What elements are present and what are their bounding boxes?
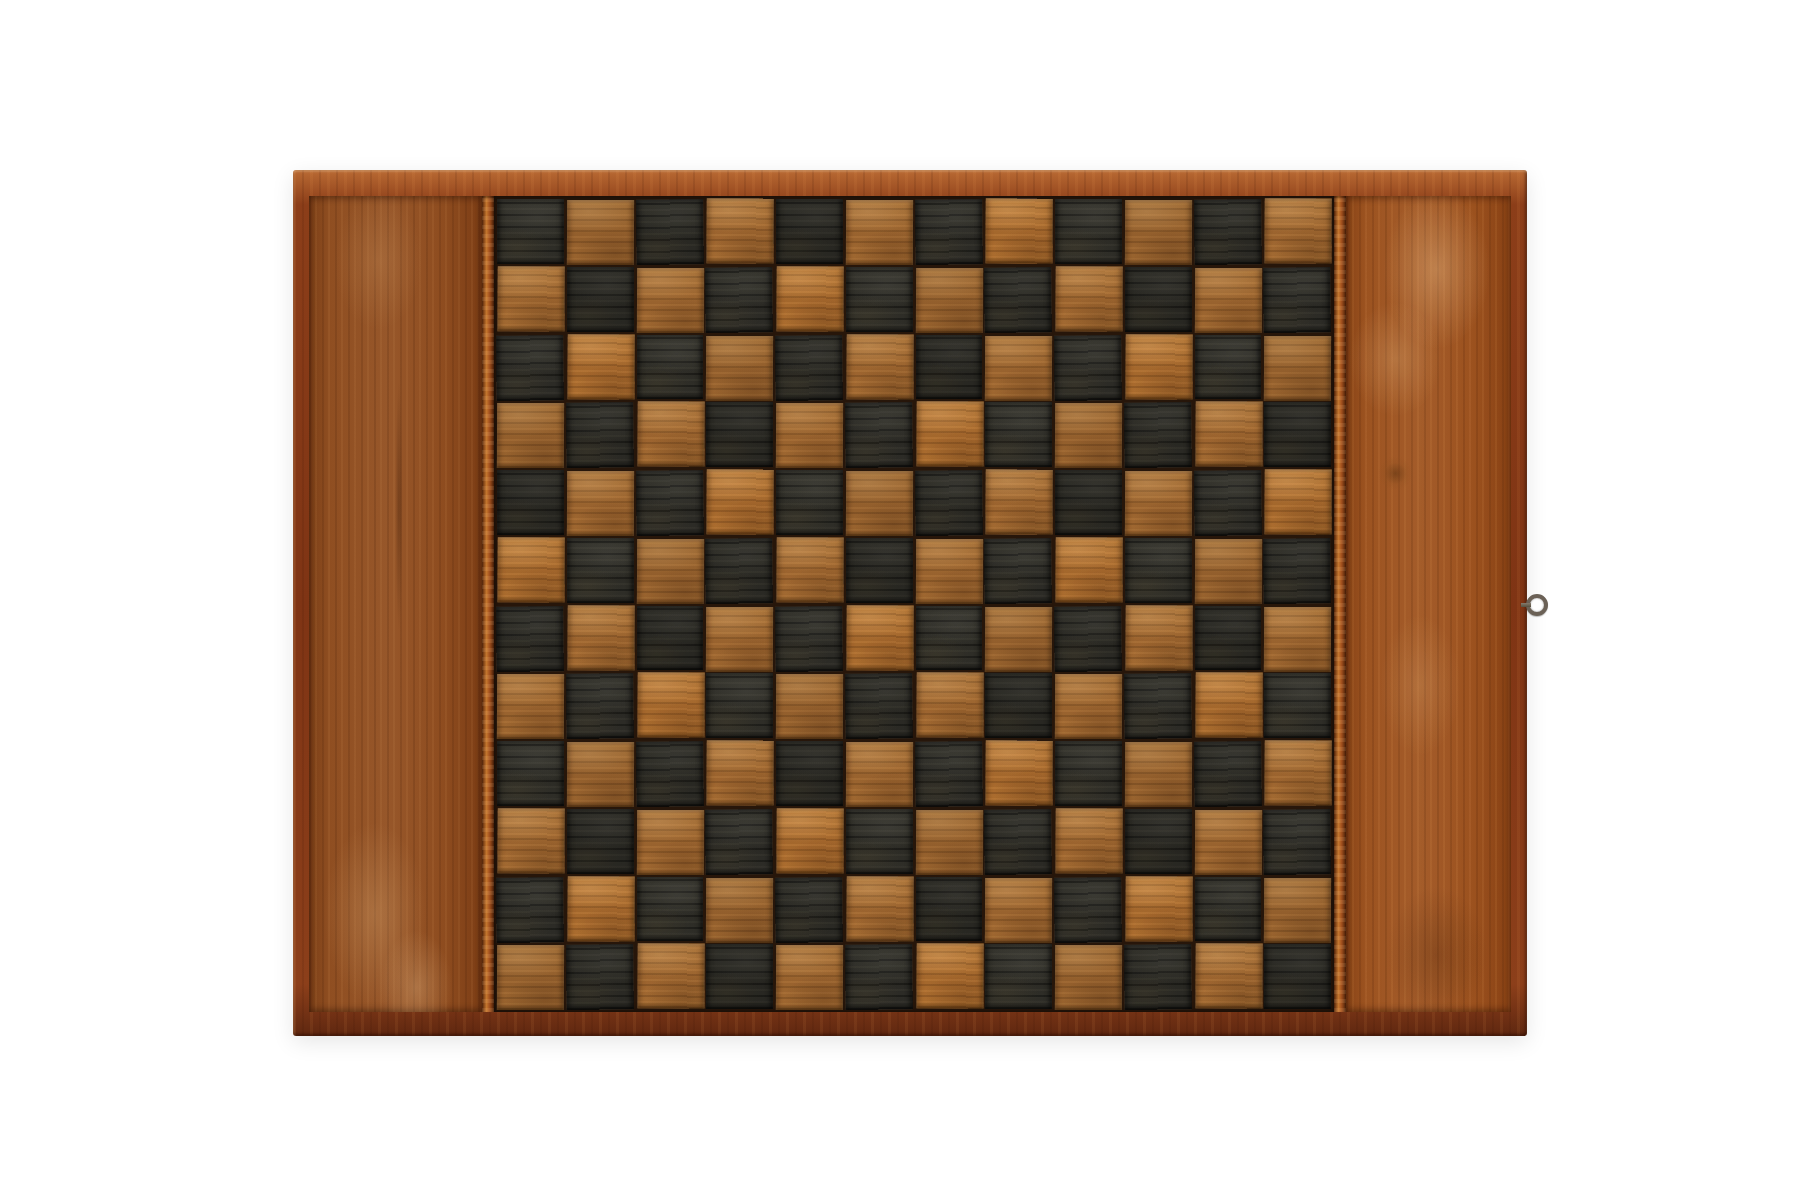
square-r1c9 <box>1055 199 1122 264</box>
square-r2c4 <box>705 267 772 332</box>
checkerboard-frame <box>293 170 1527 1036</box>
square-r1c2 <box>567 200 634 265</box>
square-r5c1 <box>497 470 564 535</box>
square-r1c7 <box>915 199 982 264</box>
square-r1c3 <box>636 199 703 264</box>
square-r6c1 <box>497 537 564 602</box>
square-r5c3 <box>636 470 703 535</box>
square-r8c10 <box>1124 673 1191 738</box>
square-r3c12 <box>1264 335 1331 400</box>
square-r7c7 <box>916 606 983 671</box>
square-r10c11 <box>1194 810 1261 875</box>
square-r2c5 <box>776 266 843 331</box>
square-r11c4 <box>706 877 773 942</box>
square-r6c10 <box>1125 538 1192 603</box>
square-r9c6 <box>846 742 913 807</box>
square-r10c1 <box>497 808 564 873</box>
square-r1c12 <box>1265 198 1332 263</box>
square-r10c4 <box>705 809 772 874</box>
square-r12c11 <box>1195 943 1262 1008</box>
square-r4c1 <box>497 403 564 468</box>
square-r9c8 <box>986 740 1053 805</box>
square-r2c9 <box>1055 266 1122 331</box>
square-r5c11 <box>1194 470 1261 535</box>
square-r4c11 <box>1195 401 1262 466</box>
square-r4c12 <box>1264 402 1331 467</box>
square-r5c9 <box>1055 470 1122 535</box>
square-r2c6 <box>846 267 913 332</box>
right-wood-panel <box>1346 196 1511 1012</box>
square-r3c10 <box>1125 334 1192 399</box>
square-r5c6 <box>846 471 913 536</box>
square-r11c8 <box>985 877 1052 942</box>
square-r9c2 <box>567 742 634 807</box>
square-r10c12 <box>1263 809 1330 874</box>
square-r2c8 <box>984 267 1051 332</box>
square-r11c11 <box>1195 877 1262 942</box>
board-inner <box>309 196 1511 1012</box>
square-r11c10 <box>1125 876 1192 941</box>
checker-grid <box>494 196 1334 1012</box>
square-r11c5 <box>775 877 842 942</box>
square-r6c11 <box>1194 539 1261 604</box>
square-r7c2 <box>567 605 634 670</box>
square-r8c5 <box>776 674 843 739</box>
square-r12c7 <box>916 943 983 1008</box>
square-r8c4 <box>706 673 773 738</box>
square-r8c9 <box>1055 674 1122 739</box>
right-divider-strip <box>1334 196 1346 1012</box>
square-r10c2 <box>567 809 634 874</box>
square-r3c3 <box>637 335 704 400</box>
square-r10c8 <box>984 809 1051 874</box>
square-r9c7 <box>915 741 982 806</box>
square-r12c2 <box>566 944 633 1009</box>
square-r8c2 <box>566 673 633 738</box>
square-r12c1 <box>497 945 564 1010</box>
square-r12c10 <box>1124 944 1191 1009</box>
square-r3c2 <box>567 334 634 399</box>
square-r9c3 <box>636 741 703 806</box>
square-r1c10 <box>1125 200 1192 265</box>
square-r4c10 <box>1124 402 1191 467</box>
square-r11c12 <box>1264 877 1331 942</box>
square-r10c10 <box>1125 809 1192 874</box>
square-r4c2 <box>566 402 633 467</box>
square-r9c9 <box>1055 741 1122 806</box>
square-r12c12 <box>1264 944 1331 1009</box>
square-r11c9 <box>1054 877 1121 942</box>
square-r7c10 <box>1125 605 1192 670</box>
square-r4c7 <box>916 401 983 466</box>
square-r9c1 <box>497 741 564 806</box>
square-r11c7 <box>916 877 983 942</box>
square-r9c12 <box>1265 740 1332 805</box>
square-r8c8 <box>985 673 1052 738</box>
square-r7c5 <box>775 606 842 671</box>
square-r9c5 <box>776 741 843 806</box>
square-r6c12 <box>1263 538 1330 603</box>
square-r7c1 <box>496 606 563 671</box>
square-r12c6 <box>845 944 912 1009</box>
square-r5c5 <box>776 470 843 535</box>
square-r8c6 <box>845 673 912 738</box>
square-r8c1 <box>497 674 564 739</box>
square-r10c6 <box>846 809 913 874</box>
square-r2c3 <box>636 268 703 333</box>
square-r8c12 <box>1264 673 1331 738</box>
square-r12c9 <box>1055 945 1122 1010</box>
square-r6c7 <box>915 539 982 604</box>
square-r7c12 <box>1264 606 1331 671</box>
square-r2c12 <box>1263 267 1330 332</box>
square-r1c4 <box>707 198 774 263</box>
square-r12c3 <box>637 943 704 1008</box>
square-r5c12 <box>1265 469 1332 534</box>
left-divider-strip <box>482 196 494 1012</box>
square-r2c2 <box>567 267 634 332</box>
square-r11c1 <box>496 877 563 942</box>
square-r10c7 <box>915 810 982 875</box>
square-r5c2 <box>567 471 634 536</box>
square-r3c8 <box>985 335 1052 400</box>
square-r12c8 <box>985 944 1052 1009</box>
square-r11c2 <box>567 876 634 941</box>
square-r11c6 <box>846 876 913 941</box>
square-r5c4 <box>707 469 774 534</box>
square-r1c11 <box>1194 199 1261 264</box>
square-r7c3 <box>637 606 704 671</box>
square-r5c8 <box>986 469 1053 534</box>
square-r5c10 <box>1125 471 1192 536</box>
square-r7c8 <box>985 606 1052 671</box>
square-r3c11 <box>1195 335 1262 400</box>
square-r9c10 <box>1125 742 1192 807</box>
square-r6c3 <box>636 539 703 604</box>
square-r2c11 <box>1194 268 1261 333</box>
square-r10c9 <box>1055 808 1122 873</box>
square-r6c9 <box>1055 537 1122 602</box>
square-r7c9 <box>1054 606 1121 671</box>
square-r6c5 <box>776 537 843 602</box>
square-r7c6 <box>846 605 913 670</box>
square-r8c3 <box>637 672 704 737</box>
square-r5c7 <box>915 470 982 535</box>
square-r4c8 <box>985 402 1052 467</box>
square-r3c4 <box>706 335 773 400</box>
square-r4c3 <box>637 401 704 466</box>
square-r6c4 <box>705 538 772 603</box>
square-r6c2 <box>567 538 634 603</box>
square-r1c5 <box>776 199 843 264</box>
square-r6c6 <box>846 538 913 603</box>
square-r4c5 <box>776 403 843 468</box>
square-r8c7 <box>916 672 983 737</box>
hanging-ring-icon <box>1526 594 1548 616</box>
square-r1c8 <box>986 198 1053 263</box>
square-r2c7 <box>915 268 982 333</box>
square-r4c4 <box>706 402 773 467</box>
square-r2c10 <box>1125 267 1192 332</box>
square-r1c6 <box>846 200 913 265</box>
square-r8c11 <box>1195 672 1262 737</box>
left-wood-panel <box>309 196 482 1012</box>
photo-background <box>0 0 1800 1200</box>
square-r9c11 <box>1194 741 1261 806</box>
square-r2c1 <box>497 266 564 331</box>
square-r9c4 <box>707 740 774 805</box>
square-r4c9 <box>1055 403 1122 468</box>
square-r4c6 <box>845 402 912 467</box>
square-r11c3 <box>637 877 704 942</box>
square-r6c8 <box>984 538 1051 603</box>
square-r7c4 <box>706 606 773 671</box>
square-r1c1 <box>497 199 564 264</box>
square-r10c5 <box>776 808 843 873</box>
square-r12c5 <box>776 945 843 1010</box>
square-r3c1 <box>496 335 563 400</box>
square-r3c7 <box>916 335 983 400</box>
square-r7c11 <box>1195 606 1262 671</box>
square-r3c5 <box>775 335 842 400</box>
square-r10c3 <box>636 810 703 875</box>
square-r3c9 <box>1054 335 1121 400</box>
square-r12c4 <box>706 944 773 1009</box>
square-r3c6 <box>846 334 913 399</box>
